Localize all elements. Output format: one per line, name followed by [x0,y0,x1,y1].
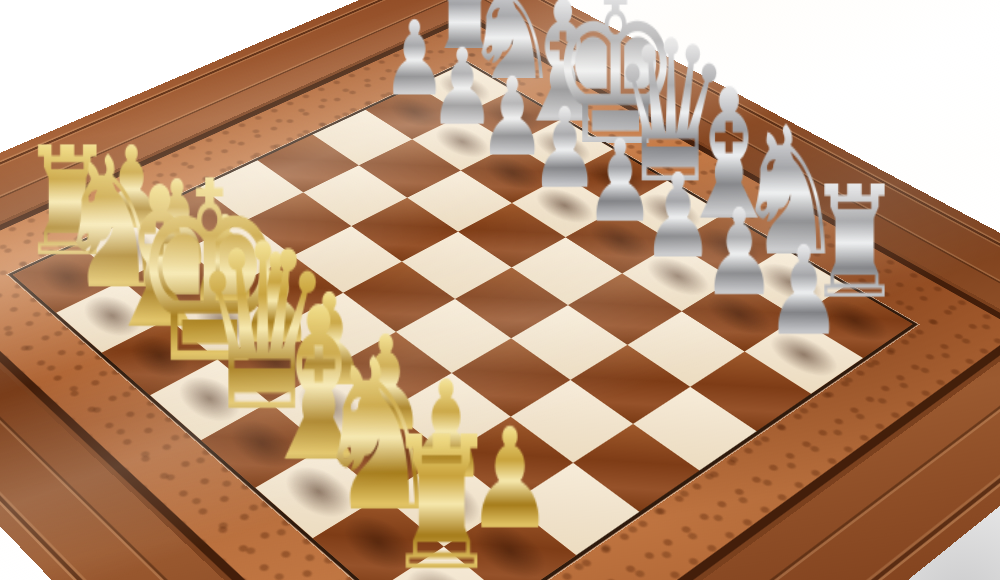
wooden-chess-case: ♜♞♝♚♛♝♞♜♟♟♟♟♟♟♟♟♟♟♟♟♟♟♟♟♜♞♝♚♛♝♞♜ [0,0,1000,580]
piece-silver-pawn: ♟ [766,231,842,354]
square-light: ♜ [374,547,510,580]
piece-gold-rook: ♜ [385,412,499,580]
burl-margin: ♜♞♝♚♛♝♞♜♟♟♟♟♟♟♟♟♟♟♟♟♟♟♟♟♜♞♝♚♛♝♞♜ [0,20,1000,580]
chess-photo-scene: ♜♞♝♚♛♝♞♜♟♟♟♟♟♟♟♟♟♟♟♟♟♟♟♟♜♞♝♚♛♝♞♜ [0,0,1000,580]
chess-board: ♜♞♝♚♛♝♞♜♟♟♟♟♟♟♟♟♟♟♟♟♟♟♟♟♜♞♝♚♛♝♞♜ [8,61,918,580]
